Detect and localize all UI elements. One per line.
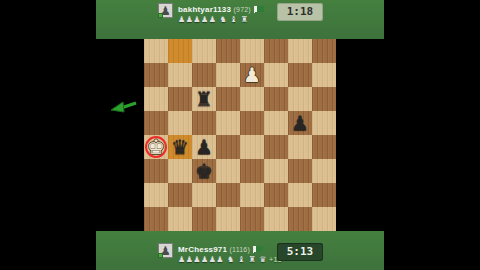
captured-pieces-glyphs: ♟♟♟♟♟ ♞ ♝ ♜ (178, 15, 249, 24)
square-d4[interactable] (240, 111, 264, 135)
screen: ♟ bakhtyar1133 (972) ♟♟♟♟♟ ♞ ♝ ♜ 1:18 ♟♜… (0, 0, 480, 270)
chess-app: ♟ bakhtyar1133 (972) ♟♟♟♟♟ ♞ ♝ ♜ 1:18 ♟♜… (96, 0, 384, 270)
bottom-player-bar[interactable]: ♟ MrChess971 (1116) ♟♟♟♟♟♟ ♞ ♝ ♜ ♛+15 5:… (96, 231, 384, 270)
top-player-bar[interactable]: ♟ bakhtyar1133 (972) ♟♟♟♟♟ ♞ ♝ ♜ 1:18 (96, 0, 384, 39)
square-d8[interactable] (240, 207, 264, 231)
top-player-rating: (972) (234, 6, 251, 13)
bottom-player-name: MrChess971 (178, 245, 227, 254)
square-d6[interactable] (240, 159, 264, 183)
square-a4[interactable] (312, 111, 336, 135)
letterbox-left (0, 0, 96, 270)
chess-board[interactable]: ♟♜♟♚♛♟♚ (144, 39, 336, 231)
square-e7[interactable] (216, 183, 240, 207)
square-c5[interactable] (264, 135, 288, 159)
square-h1[interactable] (144, 39, 168, 63)
square-h3[interactable] (144, 87, 168, 111)
square-d3[interactable] (240, 87, 264, 111)
bottom-player-avatar[interactable]: ♟ (158, 243, 173, 258)
square-f3[interactable]: ♜ (192, 87, 216, 111)
white-king[interactable]: ♚ (144, 135, 168, 159)
square-e6[interactable] (216, 159, 240, 183)
top-player-name-row: bakhtyar1133 (972) (178, 5, 265, 14)
square-b8[interactable] (288, 207, 312, 231)
square-a6[interactable] (312, 159, 336, 183)
square-g7[interactable] (168, 183, 192, 207)
square-a5[interactable] (312, 135, 336, 159)
bottom-player-clock: 5:13 (277, 243, 323, 261)
square-f5[interactable]: ♟ (192, 135, 216, 159)
square-c6[interactable] (264, 159, 288, 183)
pakistan-flag-icon (253, 246, 264, 253)
black-king[interactable]: ♚ (192, 159, 216, 183)
bottom-player-captured-pieces: ♟♟♟♟♟♟ ♞ ♝ ♜ ♛+15 (178, 255, 282, 264)
square-c1[interactable] (264, 39, 288, 63)
top-player-clock: 1:18 (277, 3, 323, 21)
square-g2[interactable] (168, 63, 192, 87)
square-b7[interactable] (288, 183, 312, 207)
square-e3[interactable] (216, 87, 240, 111)
square-h4[interactable] (144, 111, 168, 135)
square-d2[interactable]: ♟ (240, 63, 264, 87)
black-queen[interactable]: ♛ (168, 135, 192, 159)
captured-pieces-glyphs: ♟♟♟♟♟♟ ♞ ♝ ♜ ♛ (178, 255, 267, 264)
square-h2[interactable] (144, 63, 168, 87)
square-a8[interactable] (312, 207, 336, 231)
square-a7[interactable] (312, 183, 336, 207)
square-c3[interactable] (264, 87, 288, 111)
square-a1[interactable] (312, 39, 336, 63)
square-g8[interactable] (168, 207, 192, 231)
black-rook[interactable]: ♜ (192, 87, 216, 111)
square-g4[interactable] (168, 111, 192, 135)
square-c2[interactable] (264, 63, 288, 87)
square-f2[interactable] (192, 63, 216, 87)
square-h5[interactable]: ♚ (144, 135, 168, 159)
square-e4[interactable] (216, 111, 240, 135)
square-e8[interactable] (216, 207, 240, 231)
black-pawn[interactable]: ♟ (288, 111, 312, 135)
square-b1[interactable] (288, 39, 312, 63)
top-player-captured-pieces: ♟♟♟♟♟ ♞ ♝ ♜ (178, 15, 249, 24)
square-c7[interactable] (264, 183, 288, 207)
online-status-dot (158, 253, 163, 258)
square-e2[interactable] (216, 63, 240, 87)
square-h7[interactable] (144, 183, 168, 207)
square-b6[interactable] (288, 159, 312, 183)
square-h6[interactable] (144, 159, 168, 183)
square-b3[interactable] (288, 87, 312, 111)
square-f4[interactable] (192, 111, 216, 135)
square-c8[interactable] (264, 207, 288, 231)
square-b5[interactable] (288, 135, 312, 159)
square-c4[interactable] (264, 111, 288, 135)
square-g3[interactable] (168, 87, 192, 111)
bottom-player-rating: (1116) (230, 246, 250, 253)
square-a3[interactable] (312, 87, 336, 111)
square-f7[interactable] (192, 183, 216, 207)
square-f6[interactable]: ♚ (192, 159, 216, 183)
top-player-avatar[interactable]: ♟ (158, 3, 173, 18)
bottom-player-name-row: MrChess971 (1116) (178, 245, 264, 254)
square-d1[interactable] (240, 39, 264, 63)
letterbox-right (384, 0, 480, 270)
online-status-dot (158, 13, 163, 18)
square-g1[interactable] (168, 39, 192, 63)
square-g6[interactable] (168, 159, 192, 183)
pakistan-flag-icon (254, 6, 265, 13)
white-pawn[interactable]: ♟ (240, 63, 264, 87)
check-arrow-icon (108, 97, 140, 117)
black-pawn[interactable]: ♟ (192, 135, 216, 159)
square-e1[interactable] (216, 39, 240, 63)
square-a2[interactable] (312, 63, 336, 87)
top-player-name: bakhtyar1133 (178, 5, 231, 14)
square-b2[interactable] (288, 63, 312, 87)
square-f8[interactable] (192, 207, 216, 231)
square-g5[interactable]: ♛ (168, 135, 192, 159)
square-f1[interactable] (192, 39, 216, 63)
square-d7[interactable] (240, 183, 264, 207)
square-h8[interactable] (144, 207, 168, 231)
square-b4[interactable]: ♟ (288, 111, 312, 135)
square-d5[interactable] (240, 135, 264, 159)
square-e5[interactable] (216, 135, 240, 159)
